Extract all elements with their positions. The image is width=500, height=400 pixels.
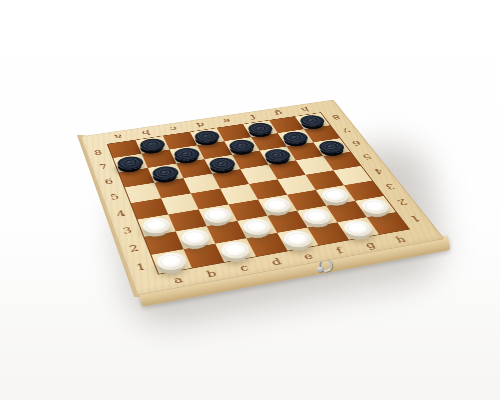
white-man-a1[interactable]: ⛀ (154, 251, 189, 272)
latch-pin-icon (316, 266, 323, 272)
product-photo: 87654321 87654321 abcdefgh abcdefgh ⛂⛂⛂⛂… (0, 0, 500, 400)
